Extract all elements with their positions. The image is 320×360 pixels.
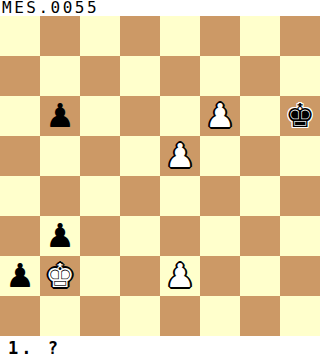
square-d5[interactable] (120, 136, 160, 176)
square-d8[interactable] (120, 16, 160, 56)
white-pawn[interactable]: ♟ (165, 256, 195, 296)
square-a5[interactable] (0, 136, 40, 176)
square-c2[interactable] (80, 256, 120, 296)
square-f7[interactable] (200, 56, 240, 96)
square-g8[interactable] (240, 16, 280, 56)
square-a4[interactable] (0, 176, 40, 216)
black-king[interactable]: ♚ (285, 96, 315, 136)
square-f3[interactable] (200, 216, 240, 256)
square-h7[interactable] (280, 56, 320, 96)
square-a7[interactable] (0, 56, 40, 96)
square-h4[interactable] (280, 176, 320, 216)
square-g1[interactable] (240, 296, 280, 336)
square-a8[interactable] (0, 16, 40, 56)
square-a2[interactable]: ♟ (0, 256, 40, 296)
square-e1[interactable] (160, 296, 200, 336)
square-b2[interactable]: ♚ (40, 256, 80, 296)
square-a1[interactable] (0, 296, 40, 336)
square-a6[interactable] (0, 96, 40, 136)
white-king[interactable]: ♚ (45, 256, 75, 296)
square-e5[interactable]: ♟ (160, 136, 200, 176)
square-b1[interactable] (40, 296, 80, 336)
square-h1[interactable] (280, 296, 320, 336)
square-e7[interactable] (160, 56, 200, 96)
square-c6[interactable] (80, 96, 120, 136)
square-g4[interactable] (240, 176, 280, 216)
move-prompt: 1. ? (8, 337, 61, 360)
square-b4[interactable] (40, 176, 80, 216)
square-g2[interactable] (240, 256, 280, 296)
square-f6[interactable]: ♟ (200, 96, 240, 136)
square-h6[interactable]: ♚ (280, 96, 320, 136)
square-g3[interactable] (240, 216, 280, 256)
black-pawn[interactable]: ♟ (45, 96, 75, 136)
square-c3[interactable] (80, 216, 120, 256)
black-pawn[interactable]: ♟ (45, 216, 75, 256)
square-e4[interactable] (160, 176, 200, 216)
square-f4[interactable] (200, 176, 240, 216)
square-c8[interactable] (80, 16, 120, 56)
square-d4[interactable] (120, 176, 160, 216)
square-d1[interactable] (120, 296, 160, 336)
square-b8[interactable] (40, 16, 80, 56)
square-h5[interactable] (280, 136, 320, 176)
square-e6[interactable] (160, 96, 200, 136)
chess-board: ♟♟♚♟♟♟♚♟ (0, 16, 320, 336)
square-f2[interactable] (200, 256, 240, 296)
chess-diagram-page: MES.0055 ♟♟♚♟♟♟♚♟ 1. ? (0, 0, 320, 360)
square-b3[interactable]: ♟ (40, 216, 80, 256)
black-pawn[interactable]: ♟ (5, 256, 35, 296)
square-c7[interactable] (80, 56, 120, 96)
square-h3[interactable] (280, 216, 320, 256)
square-e8[interactable] (160, 16, 200, 56)
square-h8[interactable] (280, 16, 320, 56)
square-b6[interactable]: ♟ (40, 96, 80, 136)
square-d6[interactable] (120, 96, 160, 136)
square-a3[interactable] (0, 216, 40, 256)
square-f1[interactable] (200, 296, 240, 336)
square-d2[interactable] (120, 256, 160, 296)
square-c1[interactable] (80, 296, 120, 336)
square-d3[interactable] (120, 216, 160, 256)
square-c5[interactable] (80, 136, 120, 176)
diagram-title: MES.0055 (2, 0, 99, 16)
square-d7[interactable] (120, 56, 160, 96)
square-c4[interactable] (80, 176, 120, 216)
square-g6[interactable] (240, 96, 280, 136)
square-f5[interactable] (200, 136, 240, 176)
square-e3[interactable] (160, 216, 200, 256)
white-pawn[interactable]: ♟ (165, 136, 195, 176)
white-pawn[interactable]: ♟ (205, 96, 235, 136)
square-g7[interactable] (240, 56, 280, 96)
square-b5[interactable] (40, 136, 80, 176)
square-e2[interactable]: ♟ (160, 256, 200, 296)
square-b7[interactable] (40, 56, 80, 96)
square-f8[interactable] (200, 16, 240, 56)
square-h2[interactable] (280, 256, 320, 296)
square-g5[interactable] (240, 136, 280, 176)
